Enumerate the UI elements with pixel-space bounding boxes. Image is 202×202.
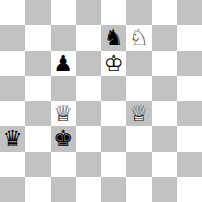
square-a1[interactable] — [0, 177, 25, 202]
square-g1[interactable] — [152, 177, 177, 202]
square-b6[interactable] — [25, 51, 50, 76]
square-f7[interactable]: ♞♘ — [126, 25, 151, 50]
square-d8[interactable] — [76, 0, 101, 25]
white-queen-outline-glyph: ♕ — [51, 101, 76, 126]
square-e6[interactable]: ♚♔ — [101, 51, 126, 76]
square-f3[interactable] — [126, 126, 151, 151]
square-g8[interactable] — [152, 0, 177, 25]
piece-white-knight[interactable]: ♞♘ — [126, 25, 151, 50]
square-b1[interactable] — [25, 177, 50, 202]
square-c6[interactable]: ♟ — [51, 51, 76, 76]
square-c4[interactable]: ♛♕ — [51, 101, 76, 126]
piece-black-king[interactable]: ♚ — [51, 126, 76, 151]
square-a7[interactable] — [0, 25, 25, 50]
piece-white-queen[interactable]: ♛♕ — [51, 101, 76, 126]
square-c1[interactable] — [51, 177, 76, 202]
square-a4[interactable] — [0, 101, 25, 126]
square-a2[interactable] — [0, 152, 25, 177]
square-d1[interactable] — [76, 177, 101, 202]
square-h8[interactable] — [177, 0, 202, 25]
square-d5[interactable] — [76, 76, 101, 101]
square-g7[interactable] — [152, 25, 177, 50]
square-g6[interactable] — [152, 51, 177, 76]
square-e7[interactable]: ♞ — [101, 25, 126, 50]
square-a5[interactable] — [0, 76, 25, 101]
square-h2[interactable] — [177, 152, 202, 177]
square-b4[interactable] — [25, 101, 50, 126]
square-b2[interactable] — [25, 152, 50, 177]
square-g5[interactable] — [152, 76, 177, 101]
square-g4[interactable] — [152, 101, 177, 126]
piece-black-queen[interactable]: ♛ — [0, 126, 25, 151]
piece-black-knight[interactable]: ♞ — [101, 25, 126, 50]
square-c8[interactable] — [51, 0, 76, 25]
square-b5[interactable] — [25, 76, 50, 101]
square-h6[interactable] — [177, 51, 202, 76]
square-d2[interactable] — [76, 152, 101, 177]
square-e4[interactable] — [101, 101, 126, 126]
square-d3[interactable] — [76, 126, 101, 151]
square-g2[interactable] — [152, 152, 177, 177]
piece-white-queen[interactable]: ♛♕ — [126, 101, 151, 126]
white-knight-outline-glyph: ♘ — [126, 25, 151, 50]
white-king-outline-glyph: ♔ — [101, 51, 126, 76]
square-a6[interactable] — [0, 51, 25, 76]
square-d6[interactable] — [76, 51, 101, 76]
square-e8[interactable] — [101, 0, 126, 25]
piece-white-king[interactable]: ♚♔ — [101, 51, 126, 76]
square-b7[interactable] — [25, 25, 50, 50]
square-h3[interactable] — [177, 126, 202, 151]
square-d7[interactable] — [76, 25, 101, 50]
square-e5[interactable] — [101, 76, 126, 101]
square-g3[interactable] — [152, 126, 177, 151]
square-h1[interactable] — [177, 177, 202, 202]
piece-black-pawn[interactable]: ♟ — [51, 51, 76, 76]
square-e1[interactable] — [101, 177, 126, 202]
square-c2[interactable] — [51, 152, 76, 177]
white-queen-outline-glyph: ♕ — [126, 101, 151, 126]
square-c5[interactable] — [51, 76, 76, 101]
chess-board: ♞♞♘♟♚♔♛♕♛♕♛♚ — [0, 0, 202, 202]
square-f1[interactable] — [126, 177, 151, 202]
square-a3[interactable]: ♛ — [0, 126, 25, 151]
square-f5[interactable] — [126, 76, 151, 101]
square-a8[interactable] — [0, 0, 25, 25]
square-c7[interactable] — [51, 25, 76, 50]
square-d4[interactable] — [76, 101, 101, 126]
square-h4[interactable] — [177, 101, 202, 126]
square-f2[interactable] — [126, 152, 151, 177]
square-e3[interactable] — [101, 126, 126, 151]
square-b3[interactable] — [25, 126, 50, 151]
square-h7[interactable] — [177, 25, 202, 50]
square-f6[interactable] — [126, 51, 151, 76]
square-f8[interactable] — [126, 0, 151, 25]
square-b8[interactable] — [25, 0, 50, 25]
square-h5[interactable] — [177, 76, 202, 101]
square-c3[interactable]: ♚ — [51, 126, 76, 151]
square-e2[interactable] — [101, 152, 126, 177]
square-f4[interactable]: ♛♕ — [126, 101, 151, 126]
